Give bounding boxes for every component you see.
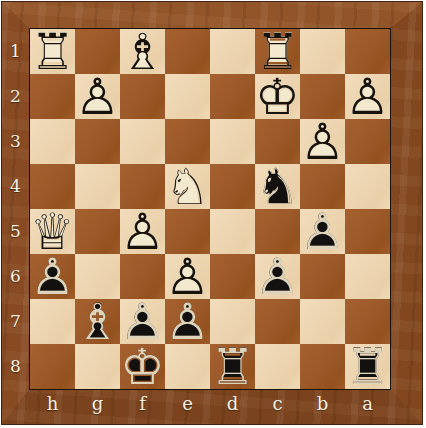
- black-rook-detail: ♖: [345, 344, 390, 389]
- file-label-a: a: [345, 391, 390, 421]
- square-b5[interactable]: ♟♙: [300, 209, 345, 254]
- white-pawn-detail: ♙: [300, 119, 345, 164]
- square-g3[interactable]: [75, 119, 120, 164]
- square-h6[interactable]: ♟♙: [30, 254, 75, 299]
- square-e8[interactable]: [165, 344, 210, 389]
- black-pawn-detail: ♙: [300, 209, 345, 254]
- black-king-detail: ♔: [120, 344, 165, 389]
- square-h8[interactable]: [30, 344, 75, 389]
- file-label-d: d: [210, 391, 255, 421]
- square-f8[interactable]: ♚♔: [120, 344, 165, 389]
- board-frame: 1 2 3 4 5 6 7 8 ♜♖♝♗♜♖♟♙♚♔♟♙♟♙♞♘♞♘♛♕♟♙♟♙…: [2, 2, 422, 424]
- black-pawn-detail: ♙: [30, 254, 75, 299]
- square-g7[interactable]: ♝♗: [75, 299, 120, 344]
- square-d3[interactable]: [210, 119, 255, 164]
- square-e1[interactable]: [165, 29, 210, 74]
- rank-label-1: 1: [2, 29, 29, 74]
- black-pawn-detail: ♙: [165, 299, 210, 344]
- square-g8[interactable]: [75, 344, 120, 389]
- white-pawn-detail: ♙: [120, 209, 165, 254]
- square-c6[interactable]: ♟♙: [255, 254, 300, 299]
- black-pawn-detail: ♙: [255, 254, 300, 299]
- file-label-f: f: [120, 391, 165, 421]
- rank-label-4: 4: [2, 164, 29, 209]
- square-a5[interactable]: [345, 209, 390, 254]
- square-d4[interactable]: [210, 164, 255, 209]
- file-label-b: b: [300, 391, 345, 421]
- chess-position-screenshot: 1 2 3 4 5 6 7 8 ♜♖♝♗♜♖♟♙♚♔♟♙♟♙♞♘♞♘♛♕♟♙♟♙…: [0, 0, 426, 428]
- file-label-e: e: [165, 391, 210, 421]
- file-label-g: g: [75, 391, 120, 421]
- square-b3[interactable]: ♟♙: [300, 119, 345, 164]
- square-f2[interactable]: [120, 74, 165, 119]
- square-a8[interactable]: ♜♖: [345, 344, 390, 389]
- square-h1[interactable]: ♜♖: [30, 29, 75, 74]
- square-e2[interactable]: [165, 74, 210, 119]
- square-d8[interactable]: ♜♖: [210, 344, 255, 389]
- square-c2[interactable]: ♚♔: [255, 74, 300, 119]
- black-bishop-detail: ♗: [75, 299, 120, 344]
- black-knight-detail: ♘: [255, 164, 300, 209]
- square-b1[interactable]: [300, 29, 345, 74]
- black-rook-detail: ♖: [210, 344, 255, 389]
- file-label-c: c: [255, 391, 300, 421]
- square-c7[interactable]: [255, 299, 300, 344]
- file-labels: h g f e d c b a: [30, 391, 390, 421]
- square-b8[interactable]: [300, 344, 345, 389]
- file-label-h: h: [30, 391, 75, 421]
- white-bishop-detail: ♗: [120, 29, 165, 74]
- square-h2[interactable]: [30, 74, 75, 119]
- chess-board: ♜♖♝♗♜♖♟♙♚♔♟♙♟♙♞♘♞♘♛♕♟♙♟♙♟♙♟♙♟♙♝♗♟♙♟♙♚♔♜♖…: [29, 28, 391, 390]
- square-d2[interactable]: [210, 74, 255, 119]
- square-g2[interactable]: ♟♙: [75, 74, 120, 119]
- square-b6[interactable]: [300, 254, 345, 299]
- rank-label-7: 7: [2, 299, 29, 344]
- square-e4[interactable]: ♞♘: [165, 164, 210, 209]
- square-a3[interactable]: [345, 119, 390, 164]
- square-d1[interactable]: [210, 29, 255, 74]
- square-a6[interactable]: [345, 254, 390, 299]
- square-g4[interactable]: [75, 164, 120, 209]
- square-a2[interactable]: ♟♙: [345, 74, 390, 119]
- white-knight-detail: ♘: [165, 164, 210, 209]
- square-d5[interactable]: [210, 209, 255, 254]
- square-e7[interactable]: ♟♙: [165, 299, 210, 344]
- square-f3[interactable]: [120, 119, 165, 164]
- square-f5[interactable]: ♟♙: [120, 209, 165, 254]
- square-b7[interactable]: [300, 299, 345, 344]
- square-a4[interactable]: [345, 164, 390, 209]
- rank-label-6: 6: [2, 254, 29, 299]
- white-king-detail: ♔: [255, 74, 300, 119]
- white-rook-detail: ♖: [30, 29, 75, 74]
- rank-labels: 1 2 3 4 5 6 7 8: [2, 29, 29, 389]
- square-d6[interactable]: [210, 254, 255, 299]
- square-g5[interactable]: [75, 209, 120, 254]
- white-pawn-detail: ♙: [345, 74, 390, 119]
- square-f1[interactable]: ♝♗: [120, 29, 165, 74]
- rank-label-3: 3: [2, 119, 29, 164]
- square-c8[interactable]: [255, 344, 300, 389]
- rank-label-5: 5: [2, 209, 29, 254]
- square-c4[interactable]: ♞♘: [255, 164, 300, 209]
- square-h3[interactable]: [30, 119, 75, 164]
- white-pawn-detail: ♙: [75, 74, 120, 119]
- rank-label-2: 2: [2, 74, 29, 119]
- square-h7[interactable]: [30, 299, 75, 344]
- rank-label-8: 8: [2, 344, 29, 389]
